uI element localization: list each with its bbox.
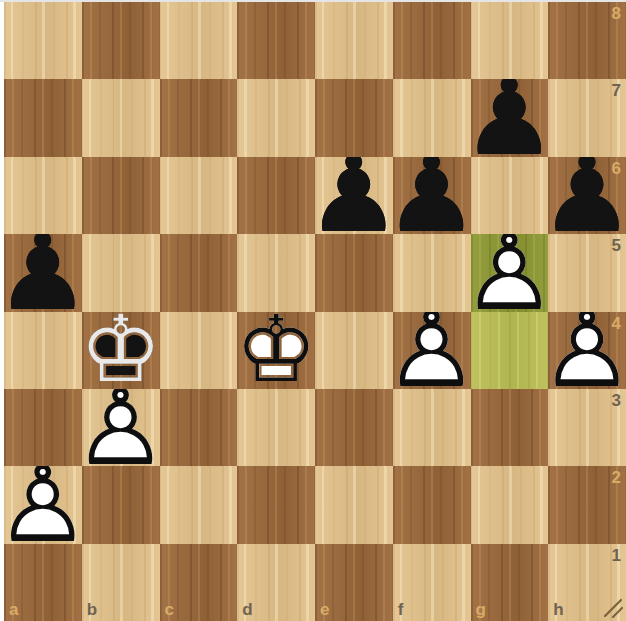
- file-label-c: c: [165, 601, 174, 618]
- square-b3[interactable]: ♟♙: [82, 389, 160, 466]
- white-pawn-outline: ♙: [471, 234, 549, 311]
- square-d7[interactable]: [237, 79, 315, 156]
- square-g6[interactable]: [471, 157, 549, 234]
- square-e2[interactable]: [315, 466, 393, 543]
- white-pawn-outline: ♙: [393, 312, 471, 389]
- white-pawn-glyph: ♟: [393, 312, 471, 389]
- square-b4[interactable]: ♚♔: [82, 312, 160, 389]
- black-pawn-outline: ♙: [393, 157, 471, 234]
- square-f7[interactable]: [393, 79, 471, 156]
- resize-handle[interactable]: [602, 597, 624, 619]
- square-a1[interactable]: a: [4, 544, 82, 621]
- square-h7[interactable]: 7: [548, 79, 626, 156]
- square-e7[interactable]: [315, 79, 393, 156]
- white-king-glyph: ♚: [237, 312, 315, 389]
- file-label-e: e: [320, 601, 329, 618]
- white-pawn-outline: ♙: [548, 312, 626, 389]
- square-a8[interactable]: [4, 2, 82, 79]
- square-d5[interactable]: [237, 234, 315, 311]
- square-h6[interactable]: 6♟♙: [548, 157, 626, 234]
- square-g2[interactable]: [471, 466, 549, 543]
- square-h4[interactable]: 4♟♙: [548, 312, 626, 389]
- file-label-f: f: [398, 601, 404, 618]
- square-c7[interactable]: [160, 79, 238, 156]
- square-b7[interactable]: [82, 79, 160, 156]
- square-a4[interactable]: [4, 312, 82, 389]
- chess-board: 8♟♙7♟♙♟♙6♟♙♟♙♟♙5♚♔♚♔♟♙4♟♙♟♙3♟♙2abcdefgh1: [4, 2, 626, 621]
- black-pawn-glyph: ♟: [393, 157, 471, 234]
- white-pawn[interactable]: ♟♙: [471, 234, 549, 311]
- resize-grip-icon: [602, 597, 624, 619]
- square-e5[interactable]: [315, 234, 393, 311]
- rank-label-3: 3: [612, 392, 621, 409]
- white-pawn[interactable]: ♟♙: [82, 389, 160, 466]
- square-c6[interactable]: [160, 157, 238, 234]
- rank-label-8: 8: [612, 5, 621, 22]
- black-pawn-outline: ♙: [4, 234, 82, 311]
- white-pawn[interactable]: ♟♙: [4, 466, 82, 543]
- white-pawn-glyph: ♟: [82, 389, 160, 466]
- white-pawn[interactable]: ♟♙: [548, 312, 626, 389]
- square-e4[interactable]: [315, 312, 393, 389]
- square-f1[interactable]: f: [393, 544, 471, 621]
- white-pawn[interactable]: ♟♙: [393, 312, 471, 389]
- square-b2[interactable]: [82, 466, 160, 543]
- square-a3[interactable]: [4, 389, 82, 466]
- square-e8[interactable]: [315, 2, 393, 79]
- black-pawn[interactable]: ♟♙: [471, 79, 549, 156]
- square-e1[interactable]: e: [315, 544, 393, 621]
- rank-label-1: 1: [612, 547, 621, 564]
- black-pawn-outline: ♙: [471, 79, 549, 156]
- square-f4[interactable]: ♟♙: [393, 312, 471, 389]
- black-pawn[interactable]: ♟♙: [548, 157, 626, 234]
- square-f6[interactable]: ♟♙: [393, 157, 471, 234]
- square-c8[interactable]: [160, 2, 238, 79]
- square-d8[interactable]: [237, 2, 315, 79]
- file-label-d: d: [242, 601, 252, 618]
- square-b5[interactable]: [82, 234, 160, 311]
- black-pawn-glyph: ♟: [315, 157, 393, 234]
- square-a7[interactable]: [4, 79, 82, 156]
- square-d4[interactable]: ♚♔: [237, 312, 315, 389]
- white-pawn-glyph: ♟: [471, 234, 549, 311]
- square-g5[interactable]: ♟♙: [471, 234, 549, 311]
- white-pawn-glyph: ♟: [548, 312, 626, 389]
- rank-label-2: 2: [612, 469, 621, 486]
- black-king-outline: ♔: [82, 312, 160, 389]
- square-h5[interactable]: 5: [548, 234, 626, 311]
- square-d2[interactable]: [237, 466, 315, 543]
- square-g3[interactable]: [471, 389, 549, 466]
- square-c4[interactable]: [160, 312, 238, 389]
- square-g4[interactable]: [471, 312, 549, 389]
- square-a2[interactable]: ♟♙: [4, 466, 82, 543]
- square-f8[interactable]: [393, 2, 471, 79]
- black-king[interactable]: ♚♔: [82, 312, 160, 389]
- square-g1[interactable]: g: [471, 544, 549, 621]
- file-label-a: a: [9, 601, 18, 618]
- file-label-b: b: [87, 601, 97, 618]
- square-b8[interactable]: [82, 2, 160, 79]
- black-pawn-outline: ♙: [548, 157, 626, 234]
- square-g7[interactable]: ♟♙: [471, 79, 549, 156]
- file-label-h: h: [553, 601, 563, 618]
- square-g8[interactable]: [471, 2, 549, 79]
- white-pawn-glyph: ♟: [4, 466, 82, 543]
- square-h2[interactable]: 2: [548, 466, 626, 543]
- black-pawn[interactable]: ♟♙: [315, 157, 393, 234]
- black-pawn[interactable]: ♟♙: [393, 157, 471, 234]
- white-king-outline: ♔: [237, 312, 315, 389]
- square-f2[interactable]: [393, 466, 471, 543]
- square-e6[interactable]: ♟♙: [315, 157, 393, 234]
- square-f5[interactable]: [393, 234, 471, 311]
- white-king[interactable]: ♚♔: [237, 312, 315, 389]
- square-d3[interactable]: [237, 389, 315, 466]
- black-pawn-glyph: ♟: [548, 157, 626, 234]
- rank-label-5: 5: [612, 237, 621, 254]
- black-pawn-glyph: ♟: [471, 79, 549, 156]
- square-c2[interactable]: [160, 466, 238, 543]
- rank-label-7: 7: [612, 82, 621, 99]
- chess-board-page: 8♟♙7♟♙♟♙6♟♙♟♙♟♙5♚♔♚♔♟♙4♟♙♟♙3♟♙2abcdefgh1: [0, 0, 626, 621]
- black-pawn-outline: ♙: [315, 157, 393, 234]
- file-label-g: g: [476, 601, 486, 618]
- square-a6[interactable]: [4, 157, 82, 234]
- black-pawn[interactable]: ♟♙: [4, 234, 82, 311]
- square-h8[interactable]: 8: [548, 2, 626, 79]
- square-d6[interactable]: [237, 157, 315, 234]
- black-pawn-glyph: ♟: [4, 234, 82, 311]
- square-c5[interactable]: [160, 234, 238, 311]
- square-a5[interactable]: ♟♙: [4, 234, 82, 311]
- square-b1[interactable]: b: [82, 544, 160, 621]
- square-f3[interactable]: [393, 389, 471, 466]
- square-c3[interactable]: [160, 389, 238, 466]
- square-d1[interactable]: d: [237, 544, 315, 621]
- square-b6[interactable]: [82, 157, 160, 234]
- white-pawn-outline: ♙: [4, 466, 82, 543]
- square-e3[interactable]: [315, 389, 393, 466]
- black-king-glyph: ♚: [82, 312, 160, 389]
- square-c1[interactable]: c: [160, 544, 238, 621]
- white-pawn-outline: ♙: [82, 389, 160, 466]
- square-h3[interactable]: 3: [548, 389, 626, 466]
